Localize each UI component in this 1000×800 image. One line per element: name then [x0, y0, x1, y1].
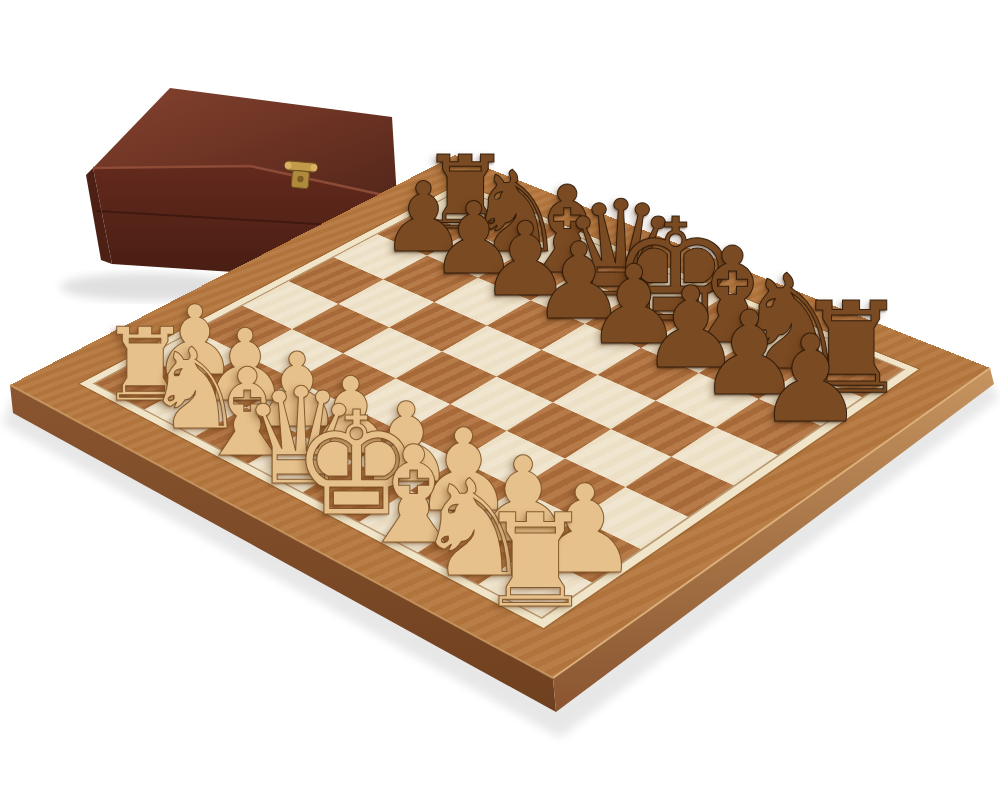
board-right-side-edge: [553, 368, 994, 712]
product-photo-stage: ♜♞♝♛♚♝♞♜♟♟♟♟♟♟♟♟♟♟♟♟♟♟♟♟♜♞♝♛♚♝♞♜: [0, 0, 1000, 800]
board-left-arris: [10, 385, 553, 678]
board-right-arris: [553, 368, 990, 678]
board-edges-layer: [0, 0, 1000, 800]
board-left-side-edge: [10, 385, 556, 712]
